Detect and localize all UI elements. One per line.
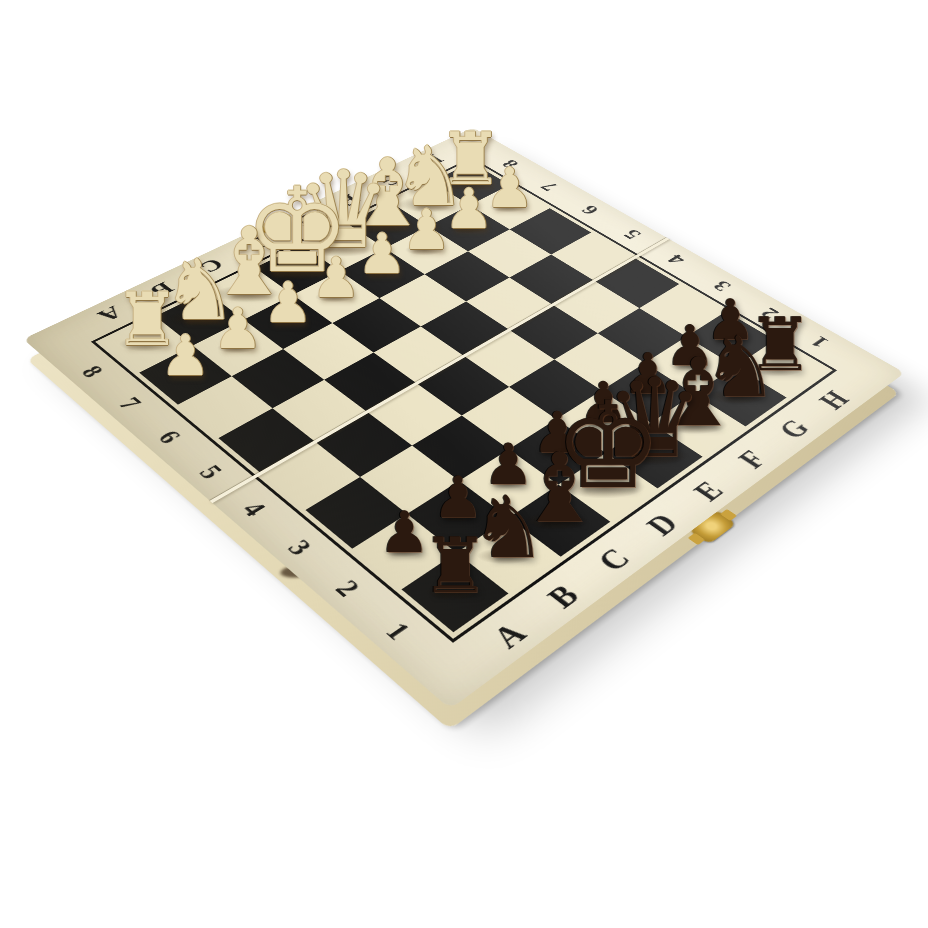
chess-set-product-photo: ABCDEFGH ABCDEFGH 87654321 87654321 ♜♞♝♚…	[0, 0, 928, 928]
rank-label: 8	[76, 362, 107, 380]
light-pawn-a7[interactable]: ♟	[160, 328, 210, 384]
file-label: G	[773, 415, 814, 442]
square-b4[interactable]	[315, 412, 412, 477]
file-label: A	[462, 600, 556, 672]
file-label: H	[813, 387, 854, 413]
rank-label: 1	[380, 618, 415, 644]
rank-label: 3	[282, 536, 316, 559]
light-pawn-f7[interactable]: ♟	[402, 204, 452, 259]
rank-label: 4	[237, 498, 271, 520]
rank-label: 6	[578, 203, 603, 217]
square-d4[interactable]	[417, 356, 509, 416]
dark-rook-a1[interactable]: ♜	[421, 529, 489, 605]
rank-label: 6	[153, 427, 185, 447]
square-c4[interactable]	[367, 383, 462, 445]
light-pawn-e7[interactable]: ♟	[357, 227, 407, 283]
rank-label: 2	[330, 576, 365, 601]
file-label: C	[592, 544, 636, 576]
square-a4[interactable]	[261, 442, 360, 510]
rank-label: 5	[194, 461, 227, 482]
rank-label: 5	[620, 227, 645, 241]
file-label: F	[732, 446, 771, 472]
square-c5[interactable]	[324, 353, 416, 412]
file-label: B	[541, 580, 584, 613]
rank-label: 7	[114, 394, 146, 413]
light-pawn-c7[interactable]: ♟	[263, 275, 313, 331]
light-pawn-b7[interactable]: ♟	[213, 301, 263, 357]
square-a5[interactable]	[218, 408, 315, 473]
light-pawn-d7[interactable]: ♟	[311, 250, 361, 306]
rank-label: 7	[537, 179, 562, 192]
file-label: A	[486, 618, 532, 653]
rank-label: 4	[664, 252, 690, 267]
square-b5[interactable]	[273, 380, 368, 442]
